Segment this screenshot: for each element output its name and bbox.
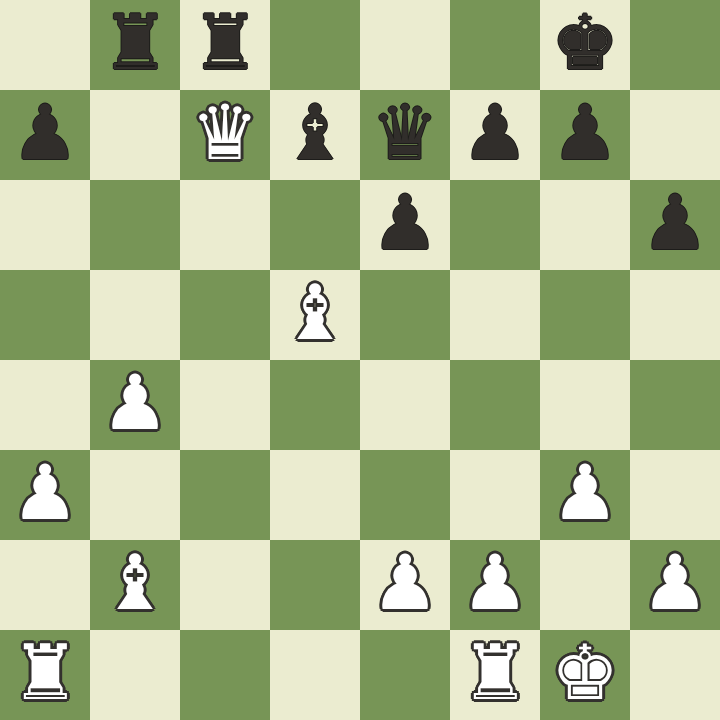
- square-a4[interactable]: [0, 360, 90, 450]
- piece-black-pawn[interactable]: ♟: [461, 88, 529, 178]
- square-b7[interactable]: [90, 90, 180, 180]
- square-g2[interactable]: [540, 540, 630, 630]
- piece-black-king[interactable]: ♚: [551, 0, 619, 88]
- square-a1[interactable]: ♜: [0, 630, 90, 720]
- square-b4[interactable]: ♟: [90, 360, 180, 450]
- square-e4[interactable]: [360, 360, 450, 450]
- square-e2[interactable]: ♟: [360, 540, 450, 630]
- square-b5[interactable]: [90, 270, 180, 360]
- square-d3[interactable]: [270, 450, 360, 540]
- square-a5[interactable]: [0, 270, 90, 360]
- square-e5[interactable]: [360, 270, 450, 360]
- piece-white-rook[interactable]: ♜: [11, 628, 79, 718]
- square-h7[interactable]: [630, 90, 720, 180]
- square-e1[interactable]: [360, 630, 450, 720]
- square-d1[interactable]: [270, 630, 360, 720]
- square-g7[interactable]: ♟: [540, 90, 630, 180]
- piece-white-pawn[interactable]: ♟: [461, 538, 529, 628]
- square-f1[interactable]: ♜: [450, 630, 540, 720]
- square-e7[interactable]: ♛: [360, 90, 450, 180]
- square-d7[interactable]: ♝: [270, 90, 360, 180]
- square-c2[interactable]: [180, 540, 270, 630]
- square-h1[interactable]: [630, 630, 720, 720]
- piece-white-bishop[interactable]: ♝: [101, 538, 169, 628]
- square-b8[interactable]: ♜: [90, 0, 180, 90]
- square-f6[interactable]: [450, 180, 540, 270]
- piece-black-queen[interactable]: ♛: [371, 88, 439, 178]
- piece-white-pawn[interactable]: ♟: [101, 358, 169, 448]
- square-e6[interactable]: ♟: [360, 180, 450, 270]
- square-f2[interactable]: ♟: [450, 540, 540, 630]
- square-g6[interactable]: [540, 180, 630, 270]
- piece-black-pawn[interactable]: ♟: [371, 178, 439, 268]
- piece-black-rook[interactable]: ♜: [101, 0, 169, 88]
- square-a6[interactable]: [0, 180, 90, 270]
- square-c5[interactable]: [180, 270, 270, 360]
- square-c3[interactable]: [180, 450, 270, 540]
- square-e8[interactable]: [360, 0, 450, 90]
- piece-black-pawn[interactable]: ♟: [11, 88, 79, 178]
- square-g4[interactable]: [540, 360, 630, 450]
- square-b2[interactable]: ♝: [90, 540, 180, 630]
- piece-black-rook[interactable]: ♜: [191, 0, 259, 88]
- square-c1[interactable]: [180, 630, 270, 720]
- square-a3[interactable]: ♟: [0, 450, 90, 540]
- piece-black-bishop[interactable]: ♝: [281, 88, 349, 178]
- square-h3[interactable]: [630, 450, 720, 540]
- piece-white-king[interactable]: ♚: [551, 628, 619, 718]
- piece-white-pawn[interactable]: ♟: [551, 448, 619, 538]
- piece-white-pawn[interactable]: ♟: [371, 538, 439, 628]
- piece-black-pawn[interactable]: ♟: [641, 178, 709, 268]
- square-e3[interactable]: [360, 450, 450, 540]
- square-a7[interactable]: ♟: [0, 90, 90, 180]
- piece-white-pawn[interactable]: ♟: [11, 448, 79, 538]
- square-h8[interactable]: [630, 0, 720, 90]
- piece-white-rook[interactable]: ♜: [461, 628, 529, 718]
- square-d6[interactable]: [270, 180, 360, 270]
- square-d2[interactable]: [270, 540, 360, 630]
- chess-board: ♜♜♚♟♛♝♛♟♟♟♟♝♟♟♟♝♟♟♟♜♜♚: [0, 0, 720, 720]
- square-g1[interactable]: ♚: [540, 630, 630, 720]
- piece-black-pawn[interactable]: ♟: [551, 88, 619, 178]
- square-c6[interactable]: [180, 180, 270, 270]
- square-f4[interactable]: [450, 360, 540, 450]
- piece-white-bishop[interactable]: ♝: [281, 268, 349, 358]
- square-h6[interactable]: ♟: [630, 180, 720, 270]
- square-c7[interactable]: ♛: [180, 90, 270, 180]
- square-b6[interactable]: [90, 180, 180, 270]
- square-h2[interactable]: ♟: [630, 540, 720, 630]
- square-a8[interactable]: [0, 0, 90, 90]
- square-g5[interactable]: [540, 270, 630, 360]
- square-f3[interactable]: [450, 450, 540, 540]
- square-d8[interactable]: [270, 0, 360, 90]
- square-g8[interactable]: ♚: [540, 0, 630, 90]
- square-h5[interactable]: [630, 270, 720, 360]
- piece-white-queen[interactable]: ♛: [191, 88, 259, 178]
- square-f8[interactable]: [450, 0, 540, 90]
- square-b1[interactable]: [90, 630, 180, 720]
- square-d4[interactable]: [270, 360, 360, 450]
- square-c4[interactable]: [180, 360, 270, 450]
- square-b3[interactable]: [90, 450, 180, 540]
- square-h4[interactable]: [630, 360, 720, 450]
- piece-white-pawn[interactable]: ♟: [641, 538, 709, 628]
- square-g3[interactable]: ♟: [540, 450, 630, 540]
- square-a2[interactable]: [0, 540, 90, 630]
- square-f7[interactable]: ♟: [450, 90, 540, 180]
- square-f5[interactable]: [450, 270, 540, 360]
- square-c8[interactable]: ♜: [180, 0, 270, 90]
- square-d5[interactable]: ♝: [270, 270, 360, 360]
